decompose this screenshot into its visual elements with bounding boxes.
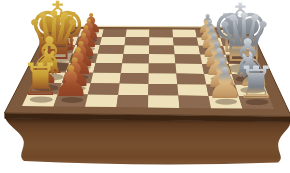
chess-set-photo: ♜♟♟♜♞♟♟♞♝♟♟♝♚♟♟♚♛♟♟♛♝♟♟♝♞♟♟♞♜♟♟♜ [0,0,290,173]
white-pawn-a2[interactable]: ♟ [52,61,90,103]
black-rook-a8[interactable]: ♜ [236,61,276,106]
pieces-layer: ♜♟♟♜♞♟♟♞♝♟♟♝♚♟♟♚♛♟♟♛♝♟♟♝♞♟♟♞♜♟♟♜ [0,0,290,173]
